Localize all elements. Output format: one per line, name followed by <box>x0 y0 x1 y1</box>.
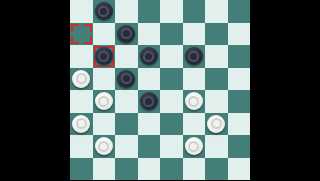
board-square[interactable] <box>160 90 183 113</box>
board-square[interactable] <box>205 23 228 46</box>
board-square[interactable] <box>160 23 183 46</box>
board-square[interactable] <box>115 0 138 23</box>
board-square[interactable] <box>70 45 93 68</box>
board-square[interactable] <box>183 68 206 91</box>
highlight-corner <box>71 36 79 44</box>
board-square[interactable] <box>183 45 206 68</box>
board-square[interactable] <box>115 113 138 136</box>
board-square[interactable] <box>160 0 183 23</box>
board-square[interactable] <box>115 158 138 181</box>
board-square[interactable] <box>70 135 93 158</box>
board-square[interactable] <box>160 113 183 136</box>
board-square[interactable] <box>138 113 161 136</box>
board-square[interactable] <box>183 135 206 158</box>
board-square[interactable] <box>93 158 116 181</box>
board-square[interactable] <box>70 0 93 23</box>
board-square[interactable] <box>205 45 228 68</box>
move-highlight <box>71 24 92 45</box>
board-square[interactable] <box>70 90 93 113</box>
board-square[interactable] <box>228 23 251 46</box>
board-square[interactable] <box>70 113 93 136</box>
board-square[interactable] <box>70 23 93 46</box>
board-square[interactable] <box>228 68 251 91</box>
board-square[interactable] <box>205 158 228 181</box>
board-square[interactable] <box>228 0 251 23</box>
board-square[interactable] <box>115 45 138 68</box>
highlight-corner <box>84 24 92 32</box>
board-square[interactable] <box>115 90 138 113</box>
board-square[interactable] <box>93 23 116 46</box>
board-square[interactable] <box>205 135 228 158</box>
white-piece[interactable] <box>207 115 225 133</box>
board-square[interactable] <box>183 113 206 136</box>
board-square[interactable] <box>183 23 206 46</box>
board-square[interactable] <box>205 90 228 113</box>
board-square[interactable] <box>138 90 161 113</box>
white-piece[interactable] <box>72 115 90 133</box>
board-square[interactable] <box>93 113 116 136</box>
board-square[interactable] <box>93 0 116 23</box>
board-square[interactable] <box>228 45 251 68</box>
board-square[interactable] <box>115 135 138 158</box>
checkers-board <box>70 0 250 180</box>
black-piece[interactable] <box>95 47 113 65</box>
board-square[interactable] <box>183 0 206 23</box>
board-square[interactable] <box>183 90 206 113</box>
highlight-corner <box>71 24 79 32</box>
board-square[interactable] <box>93 68 116 91</box>
app-background <box>0 0 320 180</box>
board-square[interactable] <box>70 158 93 181</box>
board-square[interactable] <box>138 135 161 158</box>
board-square[interactable] <box>183 158 206 181</box>
board-square[interactable] <box>228 90 251 113</box>
black-piece[interactable] <box>117 70 135 88</box>
white-piece[interactable] <box>95 92 113 110</box>
black-piece[interactable] <box>140 47 158 65</box>
board-square[interactable] <box>138 158 161 181</box>
board-square[interactable] <box>160 158 183 181</box>
white-piece[interactable] <box>95 137 113 155</box>
board-square[interactable] <box>160 135 183 158</box>
board-square[interactable] <box>115 68 138 91</box>
white-piece[interactable] <box>185 92 203 110</box>
board-square[interactable] <box>93 135 116 158</box>
board-square[interactable] <box>228 113 251 136</box>
board-square[interactable] <box>205 68 228 91</box>
black-piece[interactable] <box>185 47 203 65</box>
board-square[interactable] <box>160 45 183 68</box>
board-square[interactable] <box>160 68 183 91</box>
board-square[interactable] <box>138 68 161 91</box>
board-square[interactable] <box>228 158 251 181</box>
black-piece[interactable] <box>117 25 135 43</box>
highlight-corner <box>84 36 92 44</box>
board-square[interactable] <box>205 113 228 136</box>
board-square[interactable] <box>70 68 93 91</box>
board-square[interactable] <box>228 135 251 158</box>
board-square[interactable] <box>138 23 161 46</box>
white-piece[interactable] <box>72 70 90 88</box>
board-square[interactable] <box>138 45 161 68</box>
board-square[interactable] <box>115 23 138 46</box>
board-square[interactable] <box>205 0 228 23</box>
black-piece[interactable] <box>95 2 113 20</box>
board-square[interactable] <box>93 45 116 68</box>
board-square[interactable] <box>138 0 161 23</box>
white-piece[interactable] <box>185 137 203 155</box>
board-square[interactable] <box>93 90 116 113</box>
black-piece[interactable] <box>140 92 158 110</box>
